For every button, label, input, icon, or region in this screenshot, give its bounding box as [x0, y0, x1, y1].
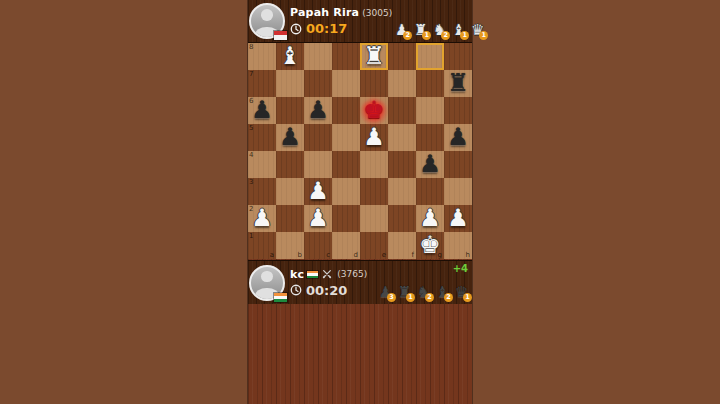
square-e4[interactable]: [360, 151, 388, 178]
rank-label-7: 7: [249, 70, 253, 78]
square-g8[interactable]: [416, 43, 444, 70]
square-h8[interactable]: [444, 43, 472, 70]
india-flag-icon: [307, 271, 318, 278]
square-g1[interactable]: g♚: [416, 232, 444, 259]
square-f7[interactable]: [388, 70, 416, 97]
black-pawn-g4: ♟: [416, 151, 444, 178]
rank-label-8: 8: [249, 43, 253, 51]
square-b5[interactable]: ♟: [276, 124, 304, 151]
file-label-b: b: [298, 251, 302, 259]
file-label-h: h: [466, 251, 470, 259]
square-g5[interactable]: [416, 124, 444, 151]
top-captured-tray: ♟2♜1♞2♝1♛1: [392, 16, 487, 42]
square-h2[interactable]: ♟: [444, 205, 472, 232]
square-c4[interactable]: [304, 151, 332, 178]
india-flag-icon: [274, 293, 287, 302]
screenshot-root: { "game": "chess", "position": { "fen": …: [0, 0, 720, 404]
file-label-d: d: [354, 251, 358, 259]
square-c1[interactable]: c: [304, 232, 332, 259]
white-pawn-a2: ♟: [248, 205, 276, 232]
rank-label-5: 5: [249, 124, 253, 132]
crossed-swords-icon: [322, 269, 332, 279]
file-label-f: f: [412, 251, 414, 259]
square-c3[interactable]: ♟: [304, 178, 332, 205]
rank-label-3: 3: [249, 178, 253, 186]
captured-white-knight: ♞2: [430, 16, 449, 39]
black-rook-h7: ♜: [444, 70, 472, 97]
top-player-rating: (3005): [362, 8, 392, 18]
square-d8[interactable]: [332, 43, 360, 70]
file-label-c: c: [326, 251, 330, 259]
captured-count-badge: 1: [479, 31, 488, 40]
square-g2[interactable]: ♟: [416, 205, 444, 232]
rank-label-4: 4: [249, 151, 253, 159]
square-e8[interactable]: ♜: [360, 43, 388, 70]
captured-black-knight: ♞2: [414, 278, 433, 301]
top-player-avatar: [249, 3, 285, 39]
black-pawn-h5: ♟: [444, 124, 472, 151]
captured-white-pawn: ♟2: [392, 16, 411, 39]
black-king-e6: ♚: [360, 97, 388, 124]
clock-icon: [290, 23, 302, 35]
bottom-player-info: kc (3765) 00:20: [290, 268, 367, 298]
square-f2[interactable]: [388, 205, 416, 232]
bottom-player-bar: kc (3765) 00:20: [248, 260, 472, 304]
square-d5[interactable]: [332, 124, 360, 151]
video-strip: Papah Rira (3005) 00:17 ♟2♜1♞2♝1♛1 8♝♜7♜…: [248, 0, 472, 404]
square-b4[interactable]: [276, 151, 304, 178]
bottom-player-clock: 00:20: [306, 283, 347, 298]
square-c7[interactable]: [304, 70, 332, 97]
black-pawn-a6: ♟: [248, 97, 276, 124]
white-rook-e8: ♜: [360, 43, 388, 70]
bottom-captured-tray: ♟3♜1♞2♝2♛1: [376, 278, 471, 304]
top-player-bar: Papah Rira (3005) 00:17 ♟2♜1♞2♝1♛1: [248, 0, 472, 43]
square-a6[interactable]: 6♟: [248, 97, 276, 124]
square-g4[interactable]: ♟: [416, 151, 444, 178]
square-d7[interactable]: [332, 70, 360, 97]
square-d3[interactable]: [332, 178, 360, 205]
square-a2[interactable]: 2♟: [248, 205, 276, 232]
top-player-clock: 00:17: [306, 21, 347, 36]
square-g7[interactable]: [416, 70, 444, 97]
white-pawn-e5: ♟: [360, 124, 388, 151]
square-d6[interactable]: [332, 97, 360, 124]
square-f8[interactable]: [388, 43, 416, 70]
captured-white-rook: ♜1: [411, 16, 430, 39]
white-bishop-b8: ♝: [276, 43, 304, 70]
square-c8[interactable]: [304, 43, 332, 70]
indonesia-flag-icon: [274, 31, 287, 40]
square-f3[interactable]: [388, 178, 416, 205]
top-player-info: Papah Rira (3005) 00:17: [290, 6, 392, 36]
square-h3[interactable]: [444, 178, 472, 205]
clock-icon: [290, 284, 302, 296]
file-label-a: a: [270, 251, 274, 259]
square-c2[interactable]: ♟: [304, 205, 332, 232]
file-label-e: e: [382, 251, 386, 259]
square-b3[interactable]: [276, 178, 304, 205]
square-h6[interactable]: [444, 97, 472, 124]
top-player-name: Papah Rira: [290, 6, 359, 19]
bottom-player-name: kc: [290, 268, 304, 281]
material-advantage: +4: [453, 263, 468, 274]
bottom-player-avatar: [249, 265, 285, 301]
captured-white-bishop: ♝1: [449, 16, 468, 39]
captured-black-pawn: ♟3: [376, 278, 395, 301]
square-e7[interactable]: [360, 70, 388, 97]
square-e3[interactable]: [360, 178, 388, 205]
square-b2[interactable]: [276, 205, 304, 232]
square-g3[interactable]: [416, 178, 444, 205]
white-pawn-c2: ♟: [304, 205, 332, 232]
white-king-g1: ♚: [416, 232, 444, 259]
square-h5[interactable]: ♟: [444, 124, 472, 151]
square-f5[interactable]: [388, 124, 416, 151]
captured-black-rook: ♜1: [395, 278, 414, 301]
square-d4[interactable]: [332, 151, 360, 178]
square-g6[interactable]: [416, 97, 444, 124]
square-h1[interactable]: h: [444, 232, 472, 259]
captured-count-badge: 1: [463, 293, 472, 302]
square-d2[interactable]: [332, 205, 360, 232]
chess-board: 8♝♜7♜6♟♟♚5♟♟♟4♟3♟2♟♟♟♟1abcdefg♚h: [248, 43, 472, 259]
black-pawn-b5: ♟: [276, 124, 304, 151]
square-d1[interactable]: d: [332, 232, 360, 259]
rank-label-1: 1: [249, 232, 253, 240]
square-a8[interactable]: 8: [248, 43, 276, 70]
square-a4[interactable]: 4: [248, 151, 276, 178]
bottom-player-rating: (3765): [337, 269, 367, 279]
square-e6[interactable]: ♚: [360, 97, 388, 124]
square-b7[interactable]: [276, 70, 304, 97]
square-c6[interactable]: ♟: [304, 97, 332, 124]
square-e5[interactable]: ♟: [360, 124, 388, 151]
white-pawn-h2: ♟: [444, 205, 472, 232]
captured-black-bishop: ♝2: [433, 278, 452, 301]
square-a3[interactable]: 3: [248, 178, 276, 205]
square-f6[interactable]: [388, 97, 416, 124]
square-b1[interactable]: b: [276, 232, 304, 259]
captured-white-queen: ♛1: [468, 16, 487, 39]
white-pawn-g2: ♟: [416, 205, 444, 232]
square-a5[interactable]: 5: [248, 124, 276, 151]
square-e2[interactable]: [360, 205, 388, 232]
captured-black-queen: ♛1: [452, 278, 471, 301]
white-pawn-c3: ♟: [304, 178, 332, 205]
square-h4[interactable]: [444, 151, 472, 178]
square-c5[interactable]: [304, 124, 332, 151]
square-b8[interactable]: ♝: [276, 43, 304, 70]
square-a1[interactable]: 1a: [248, 232, 276, 259]
square-e1[interactable]: e: [360, 232, 388, 259]
square-f4[interactable]: [388, 151, 416, 178]
square-h7[interactable]: ♜: [444, 70, 472, 97]
square-b6[interactable]: [276, 97, 304, 124]
square-f1[interactable]: f: [388, 232, 416, 259]
square-a7[interactable]: 7: [248, 70, 276, 97]
black-pawn-c6: ♟: [304, 97, 332, 124]
